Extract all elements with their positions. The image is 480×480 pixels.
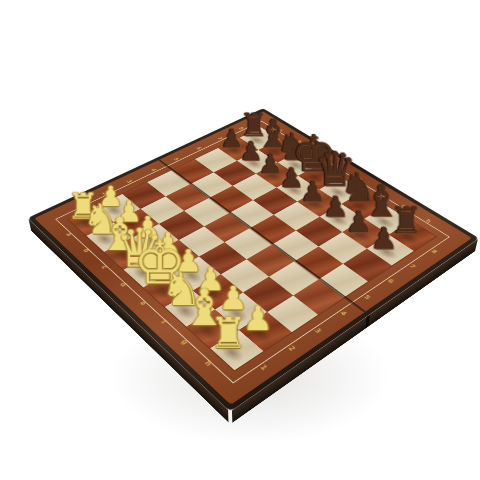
coordinate-label: 5 (362, 294, 371, 300)
black-pawn: ♟ (353, 224, 415, 254)
coordinate-label: e (138, 300, 147, 306)
coordinate-label: h (203, 360, 213, 368)
square-c4 (185, 198, 230, 226)
coordinate-label: d (118, 282, 127, 288)
square-d4 (204, 213, 250, 242)
white-rook: ♜ (193, 312, 264, 355)
coordinate-label: 7 (408, 264, 417, 270)
